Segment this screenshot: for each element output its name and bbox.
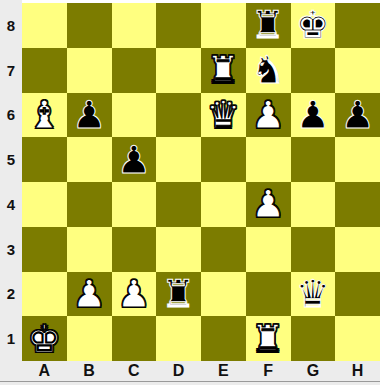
square-c4[interactable] (112, 182, 157, 227)
file-label-h: H (335, 361, 380, 380)
square-f7[interactable]: ♞ (246, 48, 291, 93)
square-h6[interactable]: ♟ (335, 93, 380, 138)
square-f1[interactable]: ♜ (246, 316, 291, 361)
square-e3[interactable] (201, 227, 246, 272)
piece-black-pawn[interactable]: ♟ (296, 96, 330, 134)
square-e2[interactable] (201, 272, 246, 317)
rank-label-5: 5 (0, 137, 22, 182)
chess-diagram: ♜♚♜♞♝♟♛♟♟♟♟♟♟♟♜♛♚♜ 87654321 ABCDEFGH (0, 0, 380, 385)
bottom-divider (0, 381, 380, 382)
square-e8[interactable] (201, 3, 246, 48)
square-e6[interactable]: ♛ (201, 93, 246, 138)
square-b3[interactable] (67, 227, 112, 272)
square-c3[interactable] (112, 227, 157, 272)
square-c6[interactable] (112, 93, 157, 138)
square-b7[interactable] (67, 48, 112, 93)
piece-black-rook[interactable]: ♜ (162, 275, 196, 313)
square-c8[interactable] (112, 3, 157, 48)
square-h1[interactable] (335, 316, 380, 361)
square-c1[interactable] (112, 316, 157, 361)
square-g4[interactable] (291, 182, 336, 227)
square-d2[interactable]: ♜ (156, 272, 201, 317)
square-g8[interactable]: ♚ (291, 3, 336, 48)
file-label-b: B (67, 361, 112, 380)
square-f8[interactable]: ♜ (246, 3, 291, 48)
square-a7[interactable] (22, 48, 67, 93)
piece-white-king[interactable]: ♚ (27, 320, 61, 358)
square-d3[interactable] (156, 227, 201, 272)
square-a2[interactable] (22, 272, 67, 317)
rank-label-4: 4 (0, 182, 22, 227)
square-h2[interactable] (335, 272, 380, 317)
square-h7[interactable] (335, 48, 380, 93)
piece-black-king[interactable]: ♚ (296, 6, 330, 44)
file-label-c: C (112, 361, 157, 380)
square-f6[interactable]: ♟ (246, 93, 291, 138)
square-b8[interactable] (67, 3, 112, 48)
square-f3[interactable] (246, 227, 291, 272)
rank-label-7: 7 (0, 48, 22, 93)
piece-white-rook[interactable]: ♜ (251, 320, 285, 358)
square-g6[interactable]: ♟ (291, 93, 336, 138)
rank-label-3: 3 (0, 227, 22, 272)
file-label-g: G (291, 361, 336, 380)
square-d8[interactable] (156, 3, 201, 48)
rank-labels: 87654321 (0, 3, 22, 361)
square-f2[interactable] (246, 272, 291, 317)
rank-label-6: 6 (0, 93, 22, 138)
square-b6[interactable]: ♟ (67, 93, 112, 138)
rank-label-1: 1 (0, 316, 22, 361)
square-h5[interactable] (335, 137, 380, 182)
square-a1[interactable]: ♚ (22, 316, 67, 361)
piece-white-queen[interactable]: ♛ (206, 96, 240, 134)
square-g3[interactable] (291, 227, 336, 272)
square-b5[interactable] (67, 137, 112, 182)
square-b4[interactable] (67, 182, 112, 227)
square-b1[interactable] (67, 316, 112, 361)
rank-label-8: 8 (0, 3, 22, 48)
square-h3[interactable] (335, 227, 380, 272)
file-labels: ABCDEFGH (22, 361, 380, 380)
square-a4[interactable] (22, 182, 67, 227)
piece-black-pawn[interactable]: ♟ (117, 141, 151, 179)
square-h8[interactable] (335, 3, 380, 48)
piece-white-pawn[interactable]: ♟ (251, 96, 285, 134)
square-d4[interactable] (156, 182, 201, 227)
square-a6[interactable]: ♝ (22, 93, 67, 138)
square-g5[interactable] (291, 137, 336, 182)
square-d7[interactable] (156, 48, 201, 93)
square-g2[interactable]: ♛ (291, 272, 336, 317)
square-c2[interactable]: ♟ (112, 272, 157, 317)
piece-black-pawn[interactable]: ♟ (341, 96, 375, 134)
piece-white-bishop[interactable]: ♝ (27, 96, 61, 134)
square-d1[interactable] (156, 316, 201, 361)
square-g7[interactable] (291, 48, 336, 93)
piece-white-pawn[interactable]: ♟ (251, 185, 285, 223)
square-c5[interactable]: ♟ (112, 137, 157, 182)
square-e5[interactable] (201, 137, 246, 182)
square-c7[interactable] (112, 48, 157, 93)
piece-white-rook[interactable]: ♜ (206, 51, 240, 89)
square-e4[interactable] (201, 182, 246, 227)
square-f5[interactable] (246, 137, 291, 182)
square-a3[interactable] (22, 227, 67, 272)
piece-black-queen[interactable]: ♛ (296, 275, 330, 313)
square-e7[interactable]: ♜ (201, 48, 246, 93)
square-g1[interactable] (291, 316, 336, 361)
square-a8[interactable] (22, 3, 67, 48)
file-label-a: A (22, 361, 67, 380)
piece-black-rook[interactable]: ♜ (251, 6, 285, 44)
square-d6[interactable] (156, 93, 201, 138)
file-label-f: F (246, 361, 291, 380)
chess-board: ♜♚♜♞♝♟♛♟♟♟♟♟♟♟♜♛♚♜ (22, 3, 380, 361)
piece-white-pawn[interactable]: ♟ (117, 275, 151, 313)
square-f4[interactable]: ♟ (246, 182, 291, 227)
square-h4[interactable] (335, 182, 380, 227)
file-label-e: E (201, 361, 246, 380)
piece-black-knight[interactable]: ♞ (251, 51, 285, 89)
file-label-d: D (156, 361, 201, 380)
piece-white-pawn[interactable]: ♟ (72, 275, 106, 313)
square-a5[interactable] (22, 137, 67, 182)
square-e1[interactable] (201, 316, 246, 361)
piece-black-pawn[interactable]: ♟ (72, 96, 106, 134)
square-b2[interactable]: ♟ (67, 272, 112, 317)
rank-label-2: 2 (0, 272, 22, 317)
square-d5[interactable] (156, 137, 201, 182)
